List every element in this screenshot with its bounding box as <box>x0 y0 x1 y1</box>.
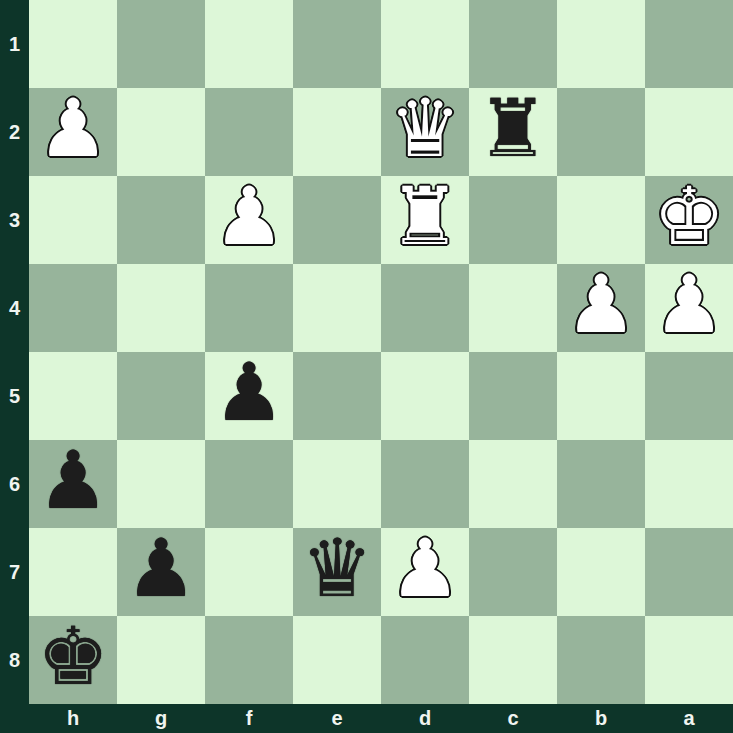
square-g2[interactable] <box>117 88 205 176</box>
square-d3[interactable]: ♜ <box>381 176 469 264</box>
file-label-f: f <box>205 704 293 733</box>
square-h7[interactable] <box>29 528 117 616</box>
square-e4[interactable] <box>293 264 381 352</box>
black-pawn[interactable]: ♟ <box>213 349 285 437</box>
square-f6[interactable] <box>205 440 293 528</box>
square-d7[interactable]: ♟ <box>381 528 469 616</box>
square-g1[interactable] <box>117 0 205 88</box>
chess-board: 12♟♛♜3♟♜♚4♟♟5♟6♟7♟♛♟8♚hgfedcba <box>0 0 733 733</box>
white-pawn[interactable]: ♟ <box>653 261 725 349</box>
square-a4[interactable]: ♟ <box>645 264 733 352</box>
square-a7[interactable] <box>645 528 733 616</box>
square-e2[interactable] <box>293 88 381 176</box>
file-label-h: h <box>29 704 117 733</box>
square-a3[interactable]: ♚ <box>645 176 733 264</box>
white-queen[interactable]: ♛ <box>389 85 461 173</box>
square-a1[interactable] <box>645 0 733 88</box>
square-g6[interactable] <box>117 440 205 528</box>
square-c2[interactable]: ♜ <box>469 88 557 176</box>
rank-label-7: 7 <box>0 528 29 616</box>
square-c5[interactable] <box>469 352 557 440</box>
square-g3[interactable] <box>117 176 205 264</box>
rank-label-4: 4 <box>0 264 29 352</box>
file-label-b: b <box>557 704 645 733</box>
square-b4[interactable]: ♟ <box>557 264 645 352</box>
square-e1[interactable] <box>293 0 381 88</box>
file-label-c: c <box>469 704 557 733</box>
square-f5[interactable]: ♟ <box>205 352 293 440</box>
rank-label-6: 6 <box>0 440 29 528</box>
square-c1[interactable] <box>469 0 557 88</box>
square-d1[interactable] <box>381 0 469 88</box>
white-king[interactable]: ♚ <box>653 173 725 261</box>
board-border-corner <box>0 704 29 733</box>
black-queen[interactable]: ♛ <box>301 525 373 613</box>
square-d5[interactable] <box>381 352 469 440</box>
square-f3[interactable]: ♟ <box>205 176 293 264</box>
file-label-e: e <box>293 704 381 733</box>
rank-label-8: 8 <box>0 616 29 704</box>
white-pawn[interactable]: ♟ <box>37 85 109 173</box>
file-label-d: d <box>381 704 469 733</box>
black-rook[interactable]: ♜ <box>477 85 549 173</box>
square-d6[interactable] <box>381 440 469 528</box>
square-b6[interactable] <box>557 440 645 528</box>
square-c6[interactable] <box>469 440 557 528</box>
white-pawn[interactable]: ♟ <box>213 173 285 261</box>
square-b8[interactable] <box>557 616 645 704</box>
rank-label-1: 1 <box>0 0 29 88</box>
square-h5[interactable] <box>29 352 117 440</box>
square-e7[interactable]: ♛ <box>293 528 381 616</box>
square-f2[interactable] <box>205 88 293 176</box>
square-b1[interactable] <box>557 0 645 88</box>
square-e6[interactable] <box>293 440 381 528</box>
square-d8[interactable] <box>381 616 469 704</box>
white-pawn[interactable]: ♟ <box>565 261 637 349</box>
square-c3[interactable] <box>469 176 557 264</box>
square-h8[interactable]: ♚ <box>29 616 117 704</box>
black-pawn[interactable]: ♟ <box>37 437 109 525</box>
square-f7[interactable] <box>205 528 293 616</box>
square-d4[interactable] <box>381 264 469 352</box>
square-c7[interactable] <box>469 528 557 616</box>
square-h2[interactable]: ♟ <box>29 88 117 176</box>
file-label-g: g <box>117 704 205 733</box>
file-label-a: a <box>645 704 733 733</box>
square-f8[interactable] <box>205 616 293 704</box>
rank-label-5: 5 <box>0 352 29 440</box>
square-d2[interactable]: ♛ <box>381 88 469 176</box>
square-b2[interactable] <box>557 88 645 176</box>
square-b5[interactable] <box>557 352 645 440</box>
black-pawn[interactable]: ♟ <box>125 525 197 613</box>
square-f1[interactable] <box>205 0 293 88</box>
square-b7[interactable] <box>557 528 645 616</box>
square-e3[interactable] <box>293 176 381 264</box>
square-a8[interactable] <box>645 616 733 704</box>
white-rook[interactable]: ♜ <box>389 173 461 261</box>
square-b3[interactable] <box>557 176 645 264</box>
square-a2[interactable] <box>645 88 733 176</box>
white-pawn[interactable]: ♟ <box>389 525 461 613</box>
square-c8[interactable] <box>469 616 557 704</box>
square-a5[interactable] <box>645 352 733 440</box>
square-c4[interactable] <box>469 264 557 352</box>
square-h4[interactable] <box>29 264 117 352</box>
square-f4[interactable] <box>205 264 293 352</box>
square-g5[interactable] <box>117 352 205 440</box>
square-g8[interactable] <box>117 616 205 704</box>
square-a6[interactable] <box>645 440 733 528</box>
rank-label-3: 3 <box>0 176 29 264</box>
square-h3[interactable] <box>29 176 117 264</box>
square-h6[interactable]: ♟ <box>29 440 117 528</box>
black-king[interactable]: ♚ <box>37 613 109 701</box>
rank-label-2: 2 <box>0 88 29 176</box>
square-h1[interactable] <box>29 0 117 88</box>
square-g4[interactable] <box>117 264 205 352</box>
square-g7[interactable]: ♟ <box>117 528 205 616</box>
square-e5[interactable] <box>293 352 381 440</box>
square-e8[interactable] <box>293 616 381 704</box>
